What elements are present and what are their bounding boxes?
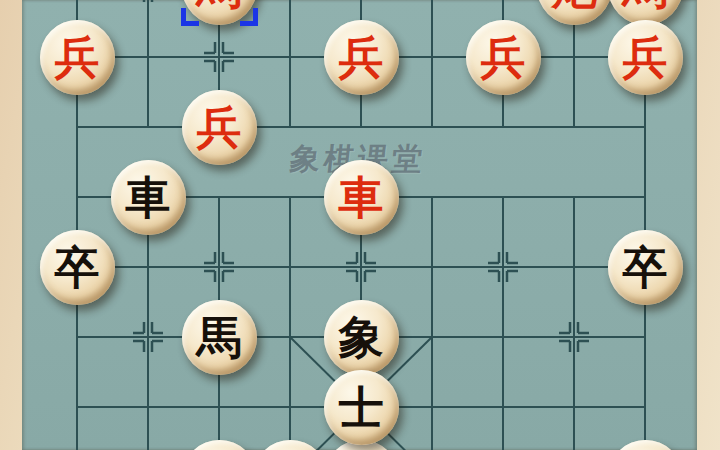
piece-black-c8[interactable]: 馬 [182, 300, 257, 375]
piece-glyph: 馬 [197, 300, 242, 375]
piece-black-b6[interactable]: 車 [111, 160, 186, 235]
xiangqi-app-screen: 象棋课堂 馬炮馬兵兵兵兵兵車車卒卒馬象士象士將車 [0, 0, 720, 450]
piece-glyph: 兵 [481, 20, 526, 95]
piece-red-c3[interactable]: 馬 [182, 0, 257, 25]
piece-glyph: 卒 [55, 230, 100, 305]
selection-brackets [184, 0, 255, 23]
piece-glyph: 兵 [339, 20, 384, 95]
piece-glyph: 車 [339, 160, 384, 235]
piece-black-a7[interactable]: 卒 [40, 230, 115, 305]
piece-red-g4[interactable]: 兵 [466, 20, 541, 95]
piece-glyph: 象 [339, 300, 384, 375]
piece-glyph: 士 [268, 440, 313, 450]
piece-red-e4[interactable]: 兵 [324, 20, 399, 95]
piece-glyph: 兵 [623, 20, 668, 95]
piece-glyph: 車 [126, 160, 171, 235]
piece-glyph: 象 [197, 440, 242, 450]
piece-red-e6[interactable]: 車 [324, 160, 399, 235]
piece-glyph: 兵 [197, 90, 242, 165]
piece-glyph: 卒 [623, 230, 668, 305]
piece-black-i7[interactable]: 卒 [608, 230, 683, 305]
piece-glyph: 車 [623, 440, 668, 450]
piece-red-a4[interactable]: 兵 [40, 20, 115, 95]
piece-red-c5[interactable]: 兵 [182, 90, 257, 165]
piece-black-e9[interactable]: 士 [324, 370, 399, 445]
piece-glyph: 士 [339, 370, 384, 445]
piece-black-e8[interactable]: 象 [324, 300, 399, 375]
piece-red-i4[interactable]: 兵 [608, 20, 683, 95]
piece-glyph: 兵 [55, 20, 100, 95]
piece-glyph: 炮 [552, 0, 597, 25]
